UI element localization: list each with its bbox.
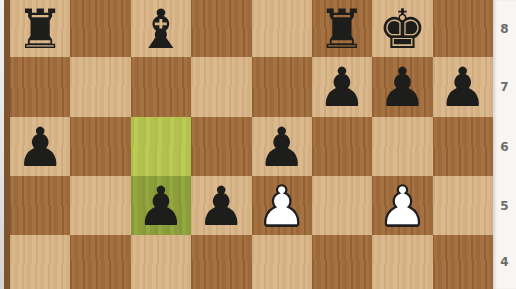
black-pawn-piece[interactable]: ♟: [318, 61, 366, 115]
square-h7[interactable]: ♟: [433, 57, 493, 117]
square-e7[interactable]: [252, 57, 312, 117]
square-h5[interactable]: [433, 176, 493, 235]
white-pawn-piece[interactable]: ♟: [378, 180, 426, 234]
black-pawn-piece[interactable]: ♟: [378, 61, 426, 115]
rank-label-4: 4: [493, 235, 516, 289]
black-rook-piece[interactable]: ♜: [16, 3, 64, 57]
white-pawn-piece[interactable]: ♟: [257, 180, 305, 234]
square-e5[interactable]: ♟: [252, 176, 312, 235]
black-pawn-piece[interactable]: ♟: [439, 61, 487, 115]
square-b8[interactable]: [70, 0, 130, 57]
square-a8[interactable]: ♜: [10, 0, 70, 57]
square-a5[interactable]: [10, 176, 70, 235]
black-pawn-piece[interactable]: ♟: [257, 121, 305, 175]
black-rook-piece[interactable]: ♜: [318, 3, 366, 57]
square-c5[interactable]: ♟: [131, 176, 191, 235]
square-h8[interactable]: [433, 0, 493, 57]
rank-label-6: 6: [493, 117, 516, 176]
square-h6[interactable]: [433, 117, 493, 176]
square-b6[interactable]: [70, 117, 130, 176]
chess-board: ♜♝♜♚♟♟♟♟♟♟♟♟♟: [4, 0, 493, 289]
black-pawn-piece[interactable]: ♟: [197, 180, 245, 234]
square-h4[interactable]: [433, 235, 493, 289]
black-pawn-piece[interactable]: ♟: [16, 121, 64, 175]
square-c7[interactable]: [131, 57, 191, 117]
square-d5[interactable]: ♟: [191, 176, 251, 235]
square-f8[interactable]: ♜: [312, 0, 372, 57]
black-pawn-piece[interactable]: ♟: [137, 180, 185, 234]
square-g5[interactable]: ♟: [372, 176, 432, 235]
square-g6[interactable]: [372, 117, 432, 176]
square-g7[interactable]: ♟: [372, 57, 432, 117]
black-bishop-piece[interactable]: ♝: [137, 3, 185, 57]
square-a6[interactable]: ♟: [10, 117, 70, 176]
rank-label-7: 7: [493, 57, 516, 117]
square-e4[interactable]: [252, 235, 312, 289]
square-b7[interactable]: [70, 57, 130, 117]
square-c4[interactable]: [131, 235, 191, 289]
square-g4[interactable]: [372, 235, 432, 289]
square-f7[interactable]: ♟: [312, 57, 372, 117]
square-d7[interactable]: [191, 57, 251, 117]
black-king-piece[interactable]: ♚: [378, 3, 426, 57]
square-b5[interactable]: [70, 176, 130, 235]
square-b4[interactable]: [70, 235, 130, 289]
rank-label-8: 8: [493, 0, 516, 57]
square-d8[interactable]: [191, 0, 251, 57]
square-e8[interactable]: [252, 0, 312, 57]
square-g8[interactable]: ♚: [372, 0, 432, 57]
square-c6[interactable]: [131, 117, 191, 176]
square-f6[interactable]: [312, 117, 372, 176]
square-f5[interactable]: [312, 176, 372, 235]
square-a4[interactable]: [10, 235, 70, 289]
square-c8[interactable]: ♝: [131, 0, 191, 57]
rank-label-strip: 87654: [493, 0, 516, 289]
chess-app-viewport: ♜♝♜♚♟♟♟♟♟♟♟♟♟ 87654: [0, 0, 516, 289]
rank-label-5: 5: [493, 176, 516, 235]
square-f4[interactable]: [312, 235, 372, 289]
square-d4[interactable]: [191, 235, 251, 289]
square-a7[interactable]: [10, 57, 70, 117]
square-e6[interactable]: ♟: [252, 117, 312, 176]
square-d6[interactable]: [191, 117, 251, 176]
